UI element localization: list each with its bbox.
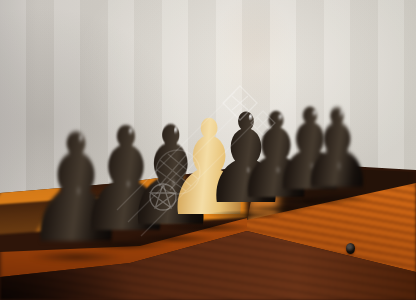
pieces-row: ♟ ♟ ♟ ♟ ♟ ♟ ♟ ♟ bbox=[0, 0, 416, 300]
black-pawn: ♟ bbox=[298, 95, 376, 204]
chess-photo: ♟ ♟ ♟ ♟ ♟ ♟ ♟ ♟ bbox=[0, 0, 416, 300]
